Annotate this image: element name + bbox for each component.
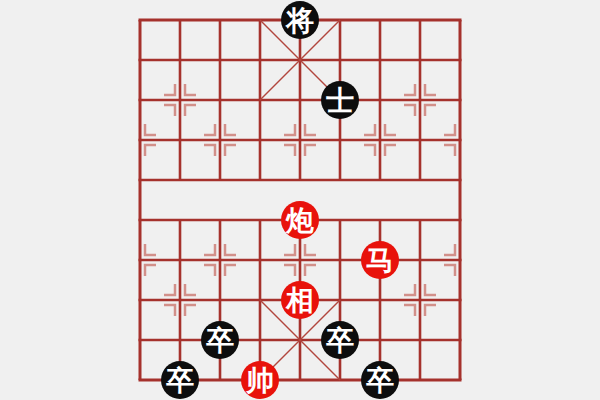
black-pawn[interactable]: 卒 [161, 361, 199, 399]
black-pawn-glyph: 卒 [366, 367, 394, 395]
black-general[interactable]: 将 [281, 1, 319, 39]
red-general-glyph: 帅 [246, 367, 274, 395]
black-advisor-glyph: 士 [326, 87, 354, 115]
red-horse[interactable]: 马 [361, 241, 399, 279]
pieces-layer: 将士炮马相卒卒卒帅卒 [0, 0, 600, 400]
black-pawn[interactable]: 卒 [201, 321, 239, 359]
black-advisor[interactable]: 士 [321, 81, 359, 119]
black-pawn[interactable]: 卒 [361, 361, 399, 399]
xiangqi-diagram: 将士炮马相卒卒卒帅卒 [0, 0, 600, 400]
red-elephant-glyph: 相 [286, 287, 314, 315]
black-pawn-glyph: 卒 [206, 327, 234, 355]
black-pawn[interactable]: 卒 [321, 321, 359, 359]
red-horse-glyph: 马 [366, 247, 394, 275]
red-elephant[interactable]: 相 [281, 281, 319, 319]
red-cannon-glyph: 炮 [286, 207, 314, 235]
red-general[interactable]: 帅 [241, 361, 279, 399]
black-general-glyph: 将 [286, 7, 314, 35]
black-pawn-glyph: 卒 [326, 327, 354, 355]
red-cannon[interactable]: 炮 [281, 201, 319, 239]
black-pawn-glyph: 卒 [166, 367, 194, 395]
